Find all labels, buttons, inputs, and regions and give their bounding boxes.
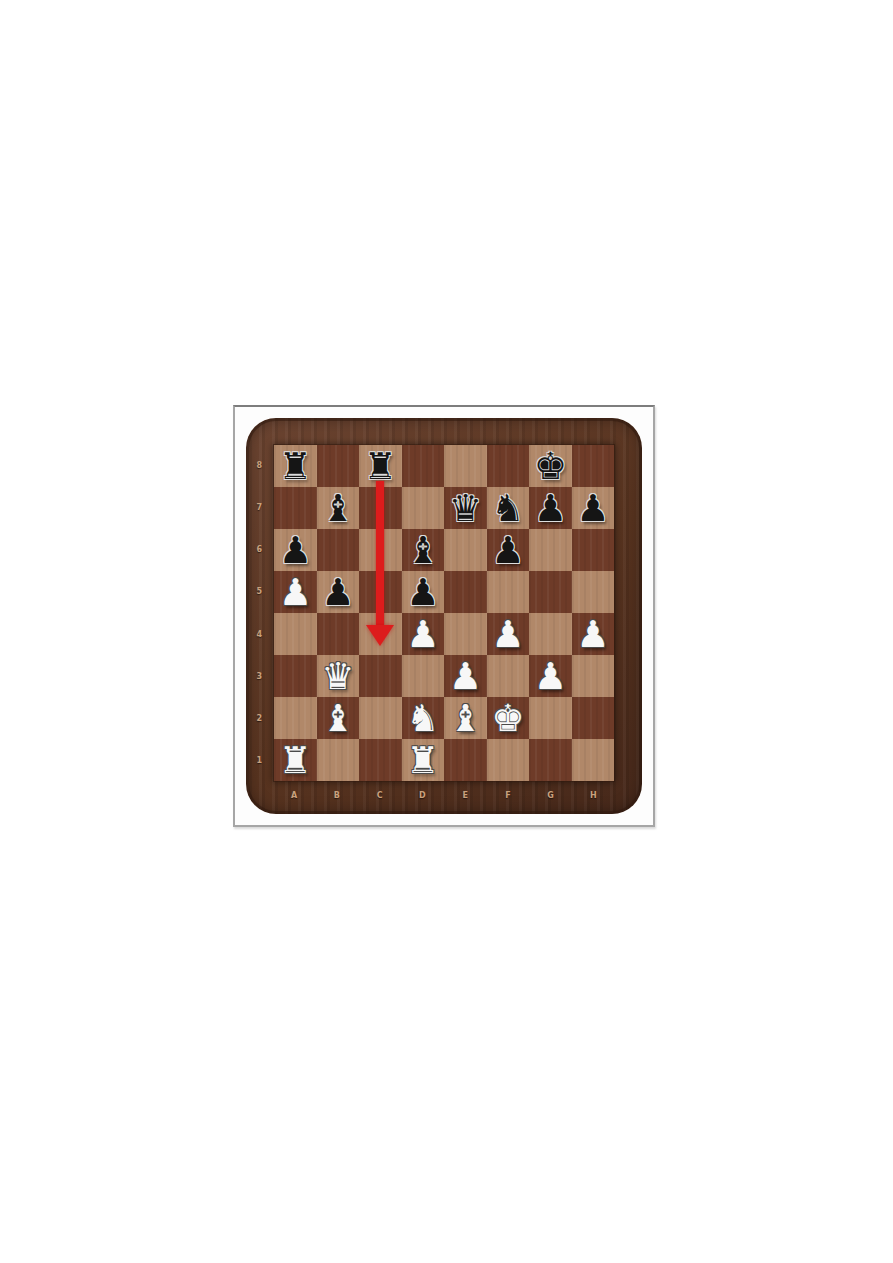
square-f6: ♟: [487, 529, 530, 571]
file-label-e: E: [444, 782, 487, 814]
file-label-a: A: [273, 782, 316, 814]
square-a2: [274, 697, 317, 739]
white-knight-d2: ♞: [406, 700, 439, 737]
file-labels: ABCDEFGH: [273, 782, 615, 814]
square-c4: [359, 613, 402, 655]
square-c8: ♜: [359, 445, 402, 487]
rank-label-8: 8: [246, 444, 273, 486]
black-pawn-a6: ♟: [279, 532, 312, 569]
square-d4: ♟: [402, 613, 445, 655]
file-label-f: F: [487, 782, 530, 814]
square-h7: ♟: [572, 487, 615, 529]
square-d6: ♝: [402, 529, 445, 571]
square-c2: [359, 697, 402, 739]
square-d1: ♜: [402, 739, 445, 781]
square-b7: ♝: [317, 487, 360, 529]
square-e6: [444, 529, 487, 571]
chess-board: 87654321 ABCDEFGH ♜♜♚♝♛♞♟♟♟♝♟♟♟♟♟♟♟♛♟♟♝♞…: [246, 418, 642, 814]
rank-label-4: 4: [246, 613, 273, 655]
square-e5: [444, 571, 487, 613]
square-g6: [529, 529, 572, 571]
square-e2: ♝: [444, 697, 487, 739]
square-h2: [572, 697, 615, 739]
square-a6: ♟: [274, 529, 317, 571]
white-pawn-d4: ♟: [406, 616, 439, 653]
square-g1: [529, 739, 572, 781]
square-h5: [572, 571, 615, 613]
square-c7: [359, 487, 402, 529]
black-knight-f7: ♞: [491, 490, 524, 527]
square-b3: ♛: [317, 655, 360, 697]
square-g4: [529, 613, 572, 655]
black-king-g8: ♚: [534, 448, 567, 485]
square-a1: ♜: [274, 739, 317, 781]
white-rook-a1: ♜: [279, 742, 312, 779]
black-rook-a8: ♜: [279, 448, 312, 485]
rank-labels: 87654321: [246, 444, 273, 782]
square-d2: ♞: [402, 697, 445, 739]
square-f3: [487, 655, 530, 697]
square-g3: ♟: [529, 655, 572, 697]
square-c5: [359, 571, 402, 613]
white-pawn-h4: ♟: [576, 616, 609, 653]
white-rook-d1: ♜: [406, 742, 439, 779]
black-pawn-f6: ♟: [491, 532, 524, 569]
square-f4: ♟: [487, 613, 530, 655]
board-squares: ♜♜♚♝♛♞♟♟♟♝♟♟♟♟♟♟♟♛♟♟♝♞♝♚♜♜: [273, 444, 615, 782]
square-h1: [572, 739, 615, 781]
file-label-d: D: [401, 782, 444, 814]
square-d8: [402, 445, 445, 487]
chess-diagram-image: 87654321 ABCDEFGH ♜♜♚♝♛♞♟♟♟♝♟♟♟♟♟♟♟♛♟♟♝♞…: [233, 405, 655, 827]
white-pawn-a5: ♟: [279, 574, 312, 611]
square-g2: [529, 697, 572, 739]
square-g8: ♚: [529, 445, 572, 487]
square-h4: ♟: [572, 613, 615, 655]
white-pawn-g3: ♟: [534, 658, 567, 695]
black-pawn-b5: ♟: [321, 574, 354, 611]
black-pawn-h7: ♟: [576, 490, 609, 527]
square-f5: [487, 571, 530, 613]
square-g7: ♟: [529, 487, 572, 529]
white-bishop-e2: ♝: [449, 700, 482, 737]
white-king-f2: ♚: [491, 700, 524, 737]
rank-label-3: 3: [246, 655, 273, 697]
square-e1: [444, 739, 487, 781]
square-h6: [572, 529, 615, 571]
square-f2: ♚: [487, 697, 530, 739]
square-c3: [359, 655, 402, 697]
square-g5: [529, 571, 572, 613]
rank-label-1: 1: [246, 740, 273, 782]
white-pawn-e3: ♟: [449, 658, 482, 695]
black-pawn-d5: ♟: [406, 574, 439, 611]
file-label-c: C: [359, 782, 402, 814]
square-b4: [317, 613, 360, 655]
square-b8: [317, 445, 360, 487]
square-a4: [274, 613, 317, 655]
square-d5: ♟: [402, 571, 445, 613]
square-a7: [274, 487, 317, 529]
square-f8: [487, 445, 530, 487]
square-e7: ♛: [444, 487, 487, 529]
black-bishop-b7: ♝: [321, 490, 354, 527]
rank-label-6: 6: [246, 529, 273, 571]
white-queen-b3: ♛: [321, 658, 354, 695]
square-b2: ♝: [317, 697, 360, 739]
square-e8: [444, 445, 487, 487]
rank-label-7: 7: [246, 486, 273, 528]
file-label-g: G: [530, 782, 573, 814]
square-h3: [572, 655, 615, 697]
square-f1: [487, 739, 530, 781]
file-label-b: B: [316, 782, 359, 814]
square-d3: [402, 655, 445, 697]
rank-label-2: 2: [246, 698, 273, 740]
square-e4: [444, 613, 487, 655]
square-a8: ♜: [274, 445, 317, 487]
white-pawn-f4: ♟: [491, 616, 524, 653]
square-a5: ♟: [274, 571, 317, 613]
square-a3: [274, 655, 317, 697]
square-c1: [359, 739, 402, 781]
square-b1: [317, 739, 360, 781]
square-f7: ♞: [487, 487, 530, 529]
square-b6: [317, 529, 360, 571]
square-h8: [572, 445, 615, 487]
square-b5: ♟: [317, 571, 360, 613]
black-bishop-d6: ♝: [406, 532, 439, 569]
white-bishop-b2: ♝: [321, 700, 354, 737]
square-c6: [359, 529, 402, 571]
square-d7: [402, 487, 445, 529]
black-rook-c8: ♜: [364, 448, 397, 485]
black-pawn-g7: ♟: [534, 490, 567, 527]
file-label-h: H: [572, 782, 615, 814]
black-queen-e7: ♛: [449, 490, 482, 527]
rank-label-5: 5: [246, 571, 273, 613]
square-e3: ♟: [444, 655, 487, 697]
